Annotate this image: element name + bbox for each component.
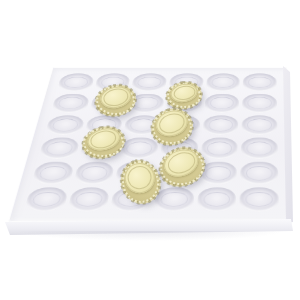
pieces-layer: [0, 0, 300, 300]
abalone-piece-d2: [164, 79, 204, 112]
abalone-piece-d3: [146, 103, 197, 150]
abalone-piece-b4: [78, 122, 127, 162]
abalone-piece-d5: [154, 141, 210, 192]
abalone-piece-b2: [92, 81, 139, 120]
abalone-piece-c5: [115, 155, 166, 209]
scene: [0, 0, 300, 300]
